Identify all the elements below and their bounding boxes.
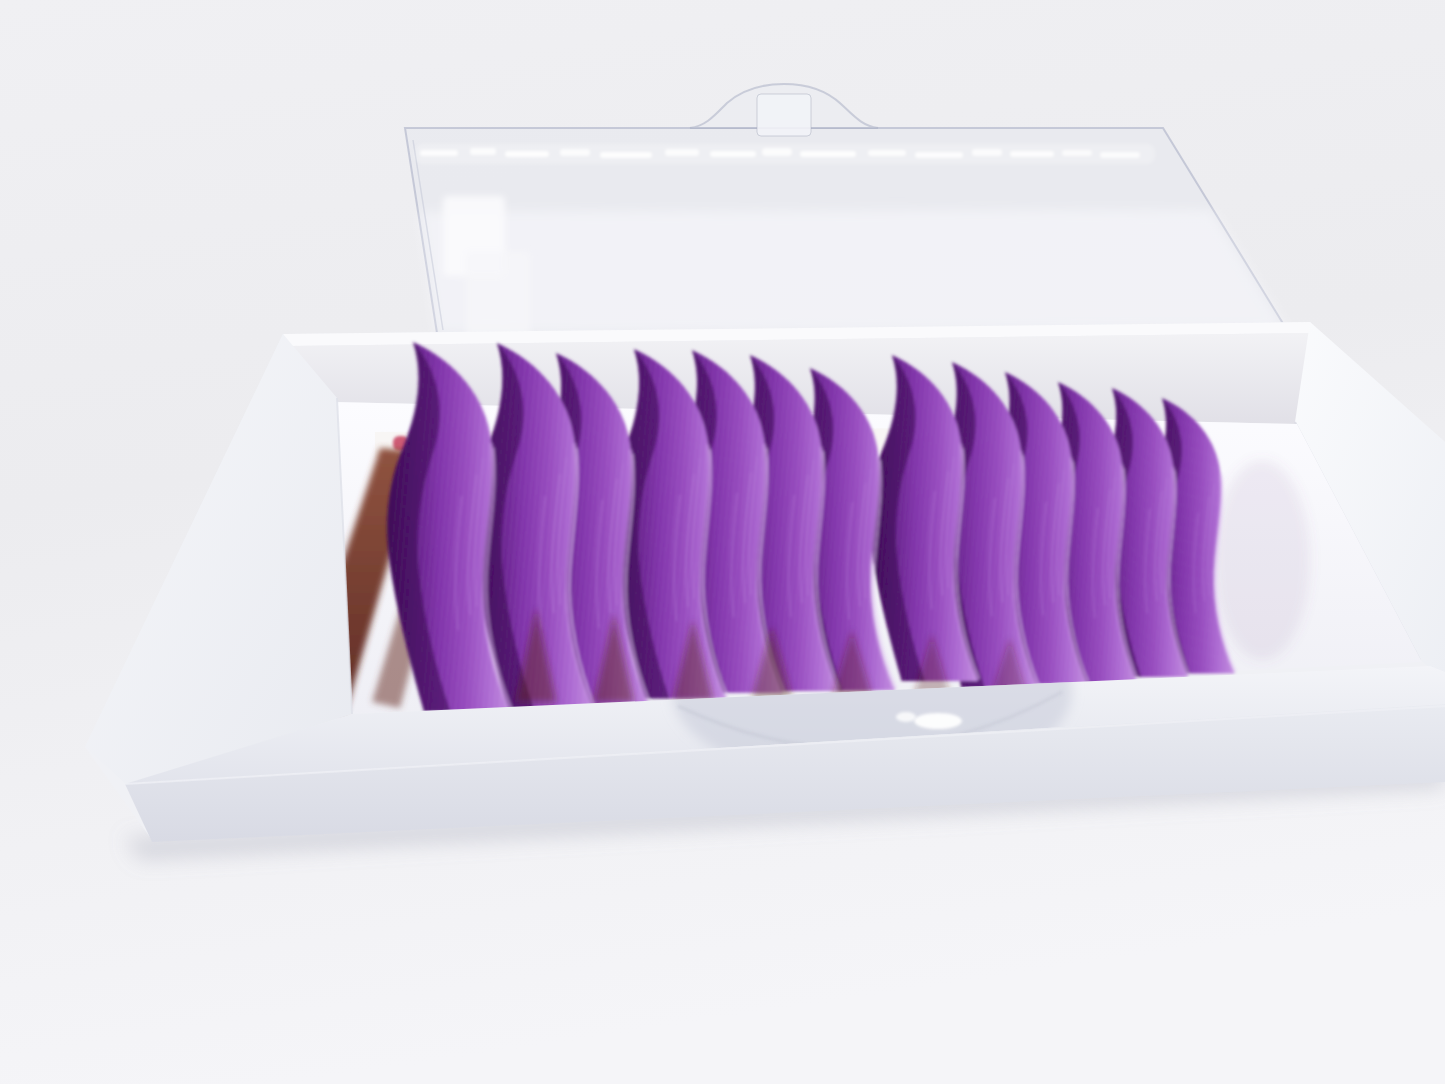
- bed-shadow: [1214, 460, 1310, 660]
- lash-tray-photo: [0, 0, 1445, 1084]
- notch-highlight-small: [896, 712, 916, 722]
- photo-stage: [0, 0, 1445, 1084]
- lid-frost-glow: [420, 210, 1287, 333]
- notch-highlight: [914, 713, 962, 729]
- lid-latch-cutout: [757, 94, 811, 136]
- lid-reflection-streaks: [415, 144, 1155, 164]
